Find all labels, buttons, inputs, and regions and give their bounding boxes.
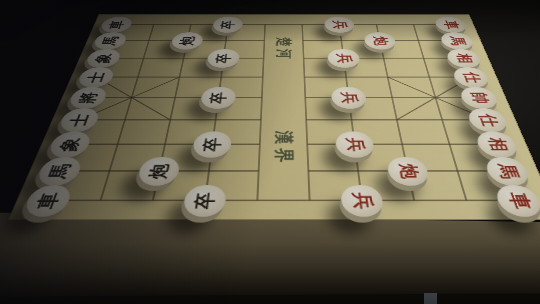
red-advisor-glyph: 仕 <box>460 72 481 83</box>
red-general-glyph: 帥 <box>468 92 490 104</box>
xiangqi-photo: 楚 河 漢 界 車馬象士將士象馬車炮炮卒卒卒卒卒兵兵兵兵兵炮炮車馬相仕帥仕相馬車 <box>0 0 540 304</box>
red-chariot-glyph: 車 <box>441 20 460 28</box>
black-soldier-glyph: 卒 <box>215 53 233 63</box>
river-label-chu-he: 楚 河 <box>264 37 304 58</box>
black-soldier-glyph: 卒 <box>209 92 228 104</box>
red-soldier-glyph: 兵 <box>331 20 347 28</box>
black-elephant-glyph: 象 <box>58 137 83 151</box>
black-soldier-glyph: 卒 <box>193 192 217 209</box>
black-soldier-glyph: 卒 <box>220 20 236 28</box>
background-object <box>424 293 437 304</box>
red-advisor-glyph: 仕 <box>476 114 500 127</box>
black-horse-glyph: 馬 <box>46 163 72 178</box>
red-soldier-glyph: 兵 <box>350 192 374 209</box>
red-soldier-glyph: 兵 <box>335 53 353 63</box>
black-advisor-glyph: 士 <box>68 114 92 127</box>
black-cannon-glyph: 炮 <box>178 36 196 45</box>
river-label-han-jie: 漢 界 <box>259 131 308 163</box>
piece-red-soldier[interactable]: 兵 <box>324 17 355 33</box>
red-cannon-glyph: 炮 <box>371 36 389 45</box>
red-horse-glyph: 馬 <box>447 36 466 45</box>
black-horse-glyph: 馬 <box>101 36 120 45</box>
black-general-glyph: 將 <box>77 92 99 104</box>
red-cannon-glyph: 炮 <box>396 163 420 178</box>
xiangqi-board: 楚 河 漢 界 車馬象士將士象馬車炮炮卒卒卒卒卒兵兵兵兵兵炮炮車馬相仕帥仕相馬車 <box>9 15 540 219</box>
black-cannon-glyph: 炮 <box>147 163 171 178</box>
black-soldier-glyph: 卒 <box>202 137 223 151</box>
black-chariot-glyph: 車 <box>107 20 126 28</box>
red-chariot-glyph: 車 <box>505 192 533 209</box>
red-elephant-glyph: 相 <box>485 137 510 151</box>
black-elephant-glyph: 象 <box>93 53 113 63</box>
black-advisor-glyph: 士 <box>85 72 106 83</box>
red-soldier-glyph: 兵 <box>344 137 365 151</box>
red-elephant-glyph: 相 <box>454 53 474 63</box>
red-horse-glyph: 馬 <box>494 163 520 178</box>
black-chariot-glyph: 車 <box>34 192 62 209</box>
red-soldier-glyph: 兵 <box>339 92 358 104</box>
